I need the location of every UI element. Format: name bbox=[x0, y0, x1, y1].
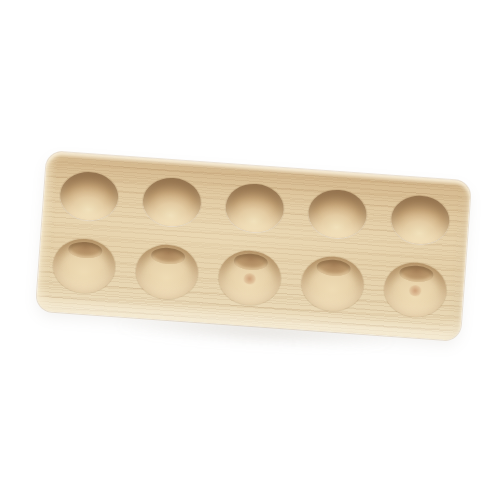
pit-top-5[interactable] bbox=[390, 194, 451, 246]
mancala-board bbox=[36, 151, 471, 341]
pit-top-2[interactable] bbox=[141, 176, 202, 228]
pit-bottom-2[interactable] bbox=[134, 243, 200, 301]
pit-opening bbox=[399, 265, 434, 283]
pit-top-3[interactable] bbox=[224, 182, 285, 234]
pit-bottom-4[interactable] bbox=[300, 255, 366, 313]
pit-bottom-1[interactable] bbox=[51, 237, 117, 295]
wood-knot bbox=[243, 273, 256, 285]
product-photo-scene bbox=[0, 0, 500, 500]
pit-top-1[interactable] bbox=[59, 170, 120, 222]
pit-opening bbox=[233, 253, 268, 271]
wood-knot bbox=[409, 285, 422, 297]
pit-top-4[interactable] bbox=[307, 188, 368, 240]
pit-bottom-3[interactable] bbox=[217, 249, 283, 307]
pit-opening bbox=[151, 247, 186, 265]
pit-opening bbox=[316, 259, 351, 277]
pit-bottom-5[interactable] bbox=[382, 261, 448, 319]
pit-opening bbox=[68, 241, 103, 259]
